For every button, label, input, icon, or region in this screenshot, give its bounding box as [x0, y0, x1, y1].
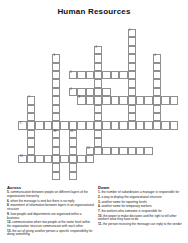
clue-text: the person receiving the message can rep… — [103, 222, 182, 226]
grid-cell-r15c1[interactable]: 13 — [18, 155, 26, 163]
grid-cell-r6c17[interactable] — [153, 79, 161, 87]
grid-cell-r14c15[interactable] — [136, 147, 144, 155]
grid-cell-r2c14[interactable] — [128, 46, 136, 54]
grid-cell-r14c16[interactable] — [144, 147, 152, 155]
grid-cell-r12c7[interactable]: 11 — [69, 130, 77, 138]
cell-number: 6 — [70, 89, 71, 92]
grid-cell-r8c11[interactable] — [102, 96, 110, 104]
grid-cell-r8c16[interactable] — [144, 96, 152, 104]
grid-cell-r13c10[interactable] — [94, 138, 102, 146]
grid-cell-r14c5[interactable] — [52, 147, 60, 155]
grid-cell-r14c13[interactable] — [119, 147, 127, 155]
grid-cell-r7c17[interactable] — [153, 88, 161, 96]
grid-cell-r5c9[interactable] — [86, 71, 94, 79]
cell-number: 3 — [53, 55, 54, 58]
cell-number: 1 — [129, 30, 130, 33]
grid-cell-r8c2[interactable]: 7 — [27, 96, 35, 104]
grid-cell-r7c5[interactable] — [52, 88, 60, 96]
grid-cell-r11c17[interactable] — [153, 121, 161, 129]
grid-cell-r8c10[interactable] — [94, 96, 102, 104]
across-clue-9: 9. how people and departments are organi… — [7, 213, 94, 221]
grid-cell-r5c14[interactable] — [128, 71, 136, 79]
clue-text: the workers who someone is responsible f… — [101, 209, 161, 213]
grid-cell-r2c10[interactable]: 2 — [94, 46, 102, 54]
grid-cell-r1c14[interactable] — [128, 37, 136, 45]
grid-cell-r12c10[interactable] — [94, 130, 102, 138]
grid-cell-r3c5[interactable]: 3 — [52, 54, 60, 62]
down-clues-section: Down 1. the number of subordinates a man… — [98, 185, 183, 228]
grid-cell-r5c5[interactable] — [52, 71, 60, 79]
grid-cell-r10c10[interactable] — [94, 113, 102, 121]
grid-cell-r10c5[interactable] — [52, 113, 60, 121]
grid-cell-r14c2[interactable] — [27, 147, 35, 155]
across-clue-5: 5. communication between people on diffe… — [7, 191, 94, 199]
grid-cell-r11c3[interactable] — [35, 121, 43, 129]
across-clue-12: 12. communication when two people at the… — [7, 221, 94, 229]
grid-cell-r5c7[interactable]: 5 — [69, 71, 77, 79]
grid-cell-r11c4[interactable] — [44, 121, 52, 129]
grid-cell-r5c13[interactable] — [119, 71, 127, 79]
grid-cell-r13c2[interactable] — [27, 138, 35, 146]
grid-cell-r5c8[interactable] — [77, 71, 85, 79]
cell-number: 8 — [79, 97, 80, 100]
grid-cell-r7c9[interactable] — [86, 88, 94, 96]
grid-cell-r12c5[interactable]: 10 — [52, 130, 60, 138]
down-clue-11: 11. the person receiving the message can… — [98, 223, 183, 227]
grid-cell-r5c10[interactable] — [94, 71, 102, 79]
grid-cell-r4c5[interactable] — [52, 63, 60, 71]
grid-cell-r9c2[interactable] — [27, 105, 35, 113]
grid-cell-r11c1[interactable]: 9 — [18, 121, 26, 129]
grid-cell-r15c6[interactable] — [60, 155, 68, 163]
grid-cell-r11c6[interactable] — [60, 121, 68, 129]
grid-cell-r11c19[interactable] — [170, 121, 178, 129]
grid-cell-r7c8[interactable] — [77, 88, 85, 96]
cell-number: 11 — [70, 131, 73, 134]
grid-cell-r5c17[interactable] — [153, 71, 161, 79]
crossword-grid: 12345678910111213 — [10, 29, 180, 182]
cell-number: 5 — [70, 72, 71, 75]
grid-cell-r11c12[interactable] — [111, 121, 119, 129]
cell-number: 12 — [87, 148, 90, 151]
grid-cell-r11c16[interactable] — [144, 121, 152, 129]
grid-cell-r6c10[interactable] — [94, 79, 102, 87]
grid-cell-r9c5[interactable] — [52, 105, 60, 113]
grid-cell-r11c13[interactable] — [119, 121, 127, 129]
grid-cell-r10c17[interactable] — [153, 113, 161, 121]
grid-cell-r15c7[interactable] — [69, 155, 77, 163]
grid-cell-r6c14[interactable] — [128, 79, 136, 87]
across-clue-list: 5. communication between people on diffe… — [7, 191, 94, 237]
grid-cell-r17c5[interactable] — [52, 172, 60, 180]
grid-cell-r12c2[interactable] — [27, 130, 35, 138]
grid-cell-r11c7[interactable] — [69, 121, 77, 129]
grid-cell-r15c5[interactable] — [52, 155, 60, 163]
grid-cell-r8c5[interactable] — [52, 96, 60, 104]
across-clue-8: 8. movement of information between layer… — [7, 204, 94, 212]
cell-number: 7 — [28, 97, 29, 100]
puzzle-title: Human Resources — [0, 7, 188, 16]
grid-cell-r11c8[interactable] — [77, 121, 85, 129]
grid-cell-r9c14[interactable] — [128, 105, 136, 113]
grid-cell-r7c10[interactable] — [94, 88, 102, 96]
grid-cell-r5c11[interactable] — [102, 71, 110, 79]
grid-cell-r8c18[interactable] — [161, 96, 169, 104]
grid-cell-r8c14[interactable] — [128, 96, 136, 104]
grid-cell-r14c12[interactable] — [111, 147, 119, 155]
grid-cell-r11c10[interactable] — [94, 121, 102, 129]
grid-cell-r8c17[interactable] — [153, 96, 161, 104]
grid-cell-r9c10[interactable] — [94, 105, 102, 113]
grid-cell-r8c13[interactable] — [119, 96, 127, 104]
grid-cell-r4c17[interactable] — [153, 63, 161, 71]
clue-text: the number of subordinates a manager is … — [101, 190, 179, 194]
grid-cell-r16c7[interactable] — [69, 163, 77, 171]
clue-text: movement of information between layers i… — [7, 203, 94, 211]
cell-number: 9 — [20, 123, 21, 126]
grid-cell-r11c2[interactable] — [27, 121, 35, 129]
grid-cell-r11c5[interactable] — [52, 121, 60, 129]
grid-cell-r17c7[interactable] — [69, 172, 77, 180]
grid-cell-r7c11[interactable] — [102, 88, 110, 96]
grid-cell-r5c12[interactable] — [111, 71, 119, 79]
grid-cell-r11c14[interactable] — [128, 121, 136, 129]
clue-text: communication between people on differen… — [7, 190, 88, 198]
clue-text: another name for temporary workers — [101, 204, 151, 208]
grid-cell-r8c8[interactable]: 8 — [77, 96, 85, 104]
grid-cell-r13c5[interactable] — [52, 138, 60, 146]
cell-number: 2 — [95, 47, 96, 50]
grid-cell-r3c14[interactable] — [128, 54, 136, 62]
clue-text: a way to display the organizational stru… — [101, 195, 161, 199]
grid-cell-r7c14[interactable] — [128, 88, 136, 96]
grid-cell-r10c14[interactable] — [128, 113, 136, 121]
clue-text: the power to make decisions and the righ… — [98, 214, 177, 222]
grid-cell-r8c19[interactable] — [170, 96, 178, 104]
grid-cell-r11c15[interactable] — [136, 121, 144, 129]
grid-cell-r15c8[interactable] — [77, 155, 85, 163]
down-clue-10: 10. the power to make decisions and the … — [98, 215, 183, 223]
grid-cell-r14c9[interactable]: 12 — [86, 147, 94, 155]
grid-cell-r15c9[interactable] — [86, 155, 94, 163]
grid-cell-r14c10[interactable] — [94, 147, 102, 155]
across-clue-13: 13. the act of giving another person a s… — [7, 230, 94, 238]
grid-cell-r14c7[interactable] — [69, 147, 77, 155]
grid-cell-r16c5[interactable] — [52, 163, 60, 171]
grid-cell-r4c14[interactable] — [128, 63, 136, 71]
clue-text: how people and departments are organized… — [7, 212, 81, 220]
grid-cell-r7c7[interactable]: 6 — [69, 88, 77, 96]
grid-cell-r15c2[interactable] — [27, 155, 35, 163]
grid-cell-r14c11[interactable] — [102, 147, 110, 155]
clue-text: communication when two people at the sam… — [7, 220, 90, 228]
cell-number: 4 — [154, 55, 155, 58]
grid-cell-r11c9[interactable] — [86, 121, 94, 129]
cell-number: 13 — [20, 156, 23, 159]
cell-number: 10 — [53, 131, 56, 134]
grid-cell-r13c7[interactable] — [69, 138, 77, 146]
grid-cell-r3c10[interactable] — [94, 54, 102, 62]
grid-cell-r15c3[interactable] — [35, 155, 43, 163]
grid-cell-r8c9[interactable] — [86, 96, 94, 104]
grid-cell-r15c4[interactable] — [44, 155, 52, 163]
grid-cell-r8c12[interactable] — [111, 96, 119, 104]
grid-cell-r11c18[interactable] — [161, 121, 169, 129]
grid-cell-r9c17[interactable] — [153, 105, 161, 113]
grid-cell-r8c15[interactable] — [136, 96, 144, 104]
down-clue-list: 1. the number of subordinates a manager … — [98, 191, 183, 226]
grid-cell-r6c5[interactable] — [52, 79, 60, 87]
clue-text: another name for reporting levels — [101, 200, 146, 204]
across-clues-section: Across 5. communication between people o… — [7, 185, 94, 238]
clue-text: the act of giving another person a speci… — [7, 229, 92, 237]
grid-cell-r10c2[interactable] — [27, 113, 35, 121]
grid-cell-r0c14[interactable]: 1 — [128, 29, 136, 37]
grid-cell-r4c10[interactable] — [94, 63, 102, 71]
grid-cell-r3c17[interactable]: 4 — [153, 54, 161, 62]
clue-text: when the message is sent but there is no… — [10, 199, 74, 203]
grid-cell-r11c11[interactable] — [102, 121, 110, 129]
crossword-page: Human Resources 12345678910111213 Across… — [0, 0, 188, 243]
grid-cell-r14c14[interactable] — [128, 147, 136, 155]
